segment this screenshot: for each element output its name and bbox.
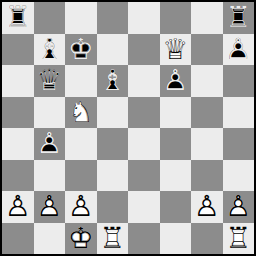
square-g6[interactable] [191,65,223,97]
black-pawn-h7[interactable]: ♟♙ [223,34,255,66]
piece-fill: ♛ [34,65,66,97]
black-bishop-d6[interactable]: ♝♗ [97,65,129,97]
square-g8[interactable] [191,2,223,34]
square-a4[interactable] [2,128,34,160]
square-d8[interactable] [97,2,129,34]
piece-fill: ♟ [65,191,97,223]
piece-fill: ♜ [97,223,129,255]
piece-outline: ♕ [160,34,192,66]
white-queen-f7[interactable]: ♛♕ [160,34,192,66]
piece-fill: ♜ [2,2,34,34]
white-pawn-h2[interactable]: ♟♙ [223,191,255,223]
piece-outline: ♙ [191,191,223,223]
piece-outline: ♙ [160,65,192,97]
square-d7[interactable] [97,34,129,66]
square-b5[interactable] [34,97,66,129]
piece-fill: ♝ [97,65,129,97]
square-h5[interactable] [223,97,255,129]
piece-fill: ♟ [160,65,192,97]
square-f3[interactable] [160,160,192,192]
square-c4[interactable] [65,128,97,160]
square-a3[interactable] [2,160,34,192]
white-knight-c5[interactable]: ♞♘ [65,97,97,129]
square-e6[interactable] [128,65,160,97]
white-rook-d1[interactable]: ♜♖ [97,223,129,255]
square-g7[interactable] [191,34,223,66]
piece-outline: ♖ [2,2,34,34]
square-g3[interactable] [191,160,223,192]
square-h3[interactable] [223,160,255,192]
square-e4[interactable] [128,128,160,160]
piece-outline: ♖ [223,2,255,34]
square-c8[interactable] [65,2,97,34]
piece-fill: ♛ [160,34,192,66]
square-a5[interactable] [2,97,34,129]
piece-outline: ♔ [65,34,97,66]
square-e8[interactable] [128,2,160,34]
piece-outline: ♙ [2,191,34,223]
black-pawn-b4[interactable]: ♟♙ [34,128,66,160]
piece-fill: ♟ [191,191,223,223]
white-pawn-a2[interactable]: ♟♙ [2,191,34,223]
square-c6[interactable] [65,65,97,97]
piece-outline: ♗ [97,65,129,97]
square-a1[interactable] [2,223,34,255]
square-g1[interactable] [191,223,223,255]
black-pawn-f6[interactable]: ♟♙ [160,65,192,97]
piece-outline: ♕ [34,65,66,97]
square-e3[interactable] [128,160,160,192]
square-b1[interactable] [34,223,66,255]
square-a6[interactable] [2,65,34,97]
black-king-c7[interactable]: ♚♔ [65,34,97,66]
square-f5[interactable] [160,97,192,129]
white-pawn-c2[interactable]: ♟♙ [65,191,97,223]
square-f4[interactable] [160,128,192,160]
square-g5[interactable] [191,97,223,129]
square-f8[interactable] [160,2,192,34]
square-h4[interactable] [223,128,255,160]
square-c3[interactable] [65,160,97,192]
piece-fill: ♟ [223,191,255,223]
piece-outline: ♙ [34,128,66,160]
piece-fill: ♜ [223,2,255,34]
square-e2[interactable] [128,191,160,223]
piece-fill: ♟ [223,34,255,66]
piece-outline: ♙ [65,191,97,223]
white-rook-h1[interactable]: ♜♖ [223,223,255,255]
piece-outline: ♘ [65,97,97,129]
piece-outline: ♗ [34,34,66,66]
piece-fill: ♟ [34,128,66,160]
square-d5[interactable] [97,97,129,129]
piece-fill: ♟ [34,191,66,223]
square-d2[interactable] [97,191,129,223]
piece-outline: ♙ [34,191,66,223]
piece-outline: ♖ [223,223,255,255]
square-a7[interactable] [2,34,34,66]
square-b3[interactable] [34,160,66,192]
square-g4[interactable] [191,128,223,160]
piece-outline: ♙ [223,34,255,66]
white-king-c1[interactable]: ♚♔ [65,223,97,255]
black-queen-b6[interactable]: ♛♕ [34,65,66,97]
square-f2[interactable] [160,191,192,223]
piece-outline: ♔ [65,223,97,255]
piece-fill: ♚ [65,34,97,66]
square-h6[interactable] [223,65,255,97]
piece-outline: ♙ [223,191,255,223]
black-bishop-b7[interactable]: ♝♗ [34,34,66,66]
square-d4[interactable] [97,128,129,160]
piece-fill: ♜ [223,223,255,255]
square-e1[interactable] [128,223,160,255]
piece-outline: ♖ [97,223,129,255]
white-pawn-b2[interactable]: ♟♙ [34,191,66,223]
piece-fill: ♟ [2,191,34,223]
piece-fill: ♞ [65,97,97,129]
black-rook-h8[interactable]: ♜♖ [223,2,255,34]
square-f1[interactable] [160,223,192,255]
square-b8[interactable] [34,2,66,34]
chess-board-frame: ♜♖♜♖♝♗♚♔♛♕♟♙♛♕♝♗♟♙♞♘♟♙♟♙♟♙♟♙♟♙♟♙♚♔♜♖♜♖ [0,0,256,256]
white-pawn-g2[interactable]: ♟♙ [191,191,223,223]
square-e5[interactable] [128,97,160,129]
chess-board: ♜♖♜♖♝♗♚♔♛♕♟♙♛♕♝♗♟♙♞♘♟♙♟♙♟♙♟♙♟♙♟♙♚♔♜♖♜♖ [2,2,254,254]
square-e7[interactable] [128,34,160,66]
piece-fill: ♚ [65,223,97,255]
black-rook-a8[interactable]: ♜♖ [2,2,34,34]
square-d3[interactable] [97,160,129,192]
piece-fill: ♝ [34,34,66,66]
